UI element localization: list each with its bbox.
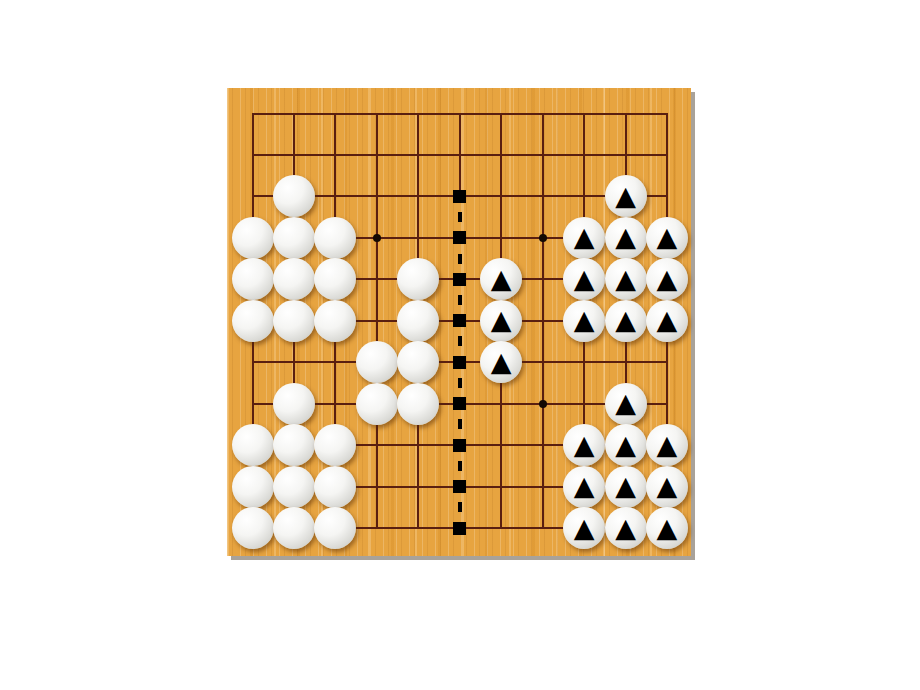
- center-line-dash: [458, 461, 462, 471]
- triangle-marked-stone: ▲: [563, 300, 605, 342]
- center-line-dash: [458, 336, 462, 346]
- white-stone: [314, 258, 356, 300]
- white-stone: [314, 300, 356, 342]
- white-stone: [273, 507, 315, 549]
- triangle-mark-icon: ▲: [657, 223, 678, 250]
- white-stone: [397, 341, 439, 383]
- white-stone: [232, 507, 274, 549]
- triangle-mark-icon: ▲: [574, 306, 595, 333]
- square-mark: [453, 314, 466, 327]
- triangle-mark-icon: ▲: [657, 306, 678, 333]
- triangle-mark-icon: ▲: [615, 265, 636, 292]
- triangle-marked-stone: ▲: [480, 341, 522, 383]
- square-mark: [453, 439, 466, 452]
- triangle-marked-stone: ▲: [646, 300, 688, 342]
- white-stone: [273, 424, 315, 466]
- square-mark: [453, 480, 466, 493]
- triangle-mark-icon: ▲: [491, 265, 512, 292]
- white-stone: [273, 175, 315, 217]
- triangle-marked-stone: ▲: [563, 507, 605, 549]
- white-stone: [232, 424, 274, 466]
- white-stone: [273, 217, 315, 259]
- white-stone: [314, 424, 356, 466]
- triangle-mark-icon: ▲: [657, 472, 678, 499]
- triangle-marked-stone: ▲: [605, 507, 647, 549]
- triangle-marked-stone: ▲: [605, 383, 647, 425]
- triangle-marked-stone: ▲: [646, 217, 688, 259]
- triangle-marked-stone: ▲: [646, 507, 688, 549]
- triangle-mark-icon: ▲: [615, 472, 636, 499]
- star-point: [373, 234, 381, 242]
- center-line-dash: [458, 254, 462, 264]
- white-stone: [397, 383, 439, 425]
- square-mark: [453, 190, 466, 203]
- star-point: [539, 234, 547, 242]
- go-board: ▲▲▲▲▲▲▲▲▲▲▲▲▲▲▲▲▲▲▲▲▲▲▲: [227, 88, 691, 556]
- white-stone: [232, 300, 274, 342]
- star-point: [539, 400, 547, 408]
- triangle-marked-stone: ▲: [605, 300, 647, 342]
- triangle-marked-stone: ▲: [605, 217, 647, 259]
- triangle-mark-icon: ▲: [615, 431, 636, 458]
- center-line-dash: [458, 419, 462, 429]
- white-stone: [356, 341, 398, 383]
- triangle-marked-stone: ▲: [480, 300, 522, 342]
- grid-line-vertical: [376, 113, 378, 530]
- white-stone: [232, 258, 274, 300]
- triangle-marked-stone: ▲: [563, 466, 605, 508]
- triangle-mark-icon: ▲: [615, 223, 636, 250]
- triangle-mark-icon: ▲: [574, 514, 595, 541]
- triangle-marked-stone: ▲: [605, 258, 647, 300]
- square-mark: [453, 231, 466, 244]
- center-line-dash: [458, 378, 462, 388]
- triangle-marked-stone: ▲: [605, 466, 647, 508]
- triangle-mark-icon: ▲: [615, 389, 636, 416]
- white-stone: [397, 300, 439, 342]
- center-line-dash: [458, 502, 462, 512]
- triangle-marked-stone: ▲: [563, 217, 605, 259]
- white-stone: [273, 383, 315, 425]
- triangle-mark-icon: ▲: [657, 514, 678, 541]
- triangle-mark-icon: ▲: [491, 348, 512, 375]
- square-mark: [453, 356, 466, 369]
- triangle-marked-stone: ▲: [605, 175, 647, 217]
- grid-line-vertical-center-top: [459, 113, 461, 198]
- white-stone: [273, 466, 315, 508]
- triangle-mark-icon: ▲: [615, 514, 636, 541]
- white-stone: [356, 383, 398, 425]
- page: ▲▲▲▲▲▲▲▲▲▲▲▲▲▲▲▲▲▲▲▲▲▲▲: [0, 0, 920, 690]
- center-line-dash: [458, 295, 462, 305]
- triangle-marked-stone: ▲: [646, 258, 688, 300]
- triangle-mark-icon: ▲: [657, 431, 678, 458]
- triangle-mark-icon: ▲: [615, 306, 636, 333]
- triangle-marked-stone: ▲: [646, 466, 688, 508]
- white-stone: [232, 217, 274, 259]
- square-mark: [453, 273, 466, 286]
- triangle-marked-stone: ▲: [563, 424, 605, 466]
- grid-line-vertical: [542, 113, 544, 530]
- triangle-mark-icon: ▲: [491, 306, 512, 333]
- white-stone: [314, 507, 356, 549]
- triangle-marked-stone: ▲: [563, 258, 605, 300]
- center-line-dash: [458, 212, 462, 222]
- white-stone: [232, 466, 274, 508]
- triangle-marked-stone: ▲: [605, 424, 647, 466]
- triangle-mark-icon: ▲: [657, 265, 678, 292]
- square-mark: [453, 522, 466, 535]
- triangle-mark-icon: ▲: [574, 265, 595, 292]
- triangle-mark-icon: ▲: [615, 182, 636, 209]
- square-mark: [453, 397, 466, 410]
- triangle-mark-icon: ▲: [574, 431, 595, 458]
- triangle-mark-icon: ▲: [574, 223, 595, 250]
- white-stone: [314, 466, 356, 508]
- white-stone: [273, 300, 315, 342]
- triangle-marked-stone: ▲: [480, 258, 522, 300]
- triangle-mark-icon: ▲: [574, 472, 595, 499]
- white-stone: [273, 258, 315, 300]
- white-stone: [397, 258, 439, 300]
- triangle-marked-stone: ▲: [646, 424, 688, 466]
- white-stone: [314, 217, 356, 259]
